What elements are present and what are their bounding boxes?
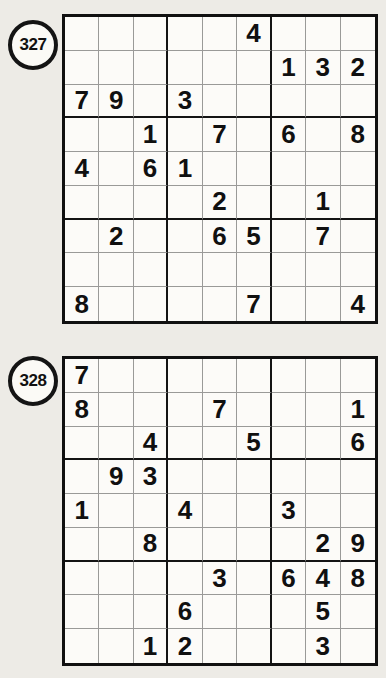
puzzle-327-cell-r1c2[interactable]: [99, 17, 133, 51]
puzzle-328-cell-r5c9[interactable]: [341, 494, 375, 528]
puzzle-328-cell-r1c2[interactable]: [99, 359, 133, 393]
puzzle-328-cell-r5c5[interactable]: [203, 494, 237, 528]
puzzle-327-cell-r3c7[interactable]: [272, 85, 306, 119]
puzzle-328-cell-r8c4[interactable]: 6: [168, 595, 202, 629]
puzzle-327-cell-r4c1[interactable]: [65, 118, 99, 152]
puzzle-327-cell-r3c2[interactable]: 9: [99, 85, 133, 119]
puzzle-328-cell-r9c8[interactable]: 3: [306, 629, 340, 663]
puzzle-327-cell-r6c1[interactable]: [65, 186, 99, 220]
puzzle-328-cell-r2c2[interactable]: [99, 393, 133, 427]
puzzle-327-cell-r9c7[interactable]: [272, 287, 306, 321]
puzzle-327-cell-r4c8[interactable]: [306, 118, 340, 152]
puzzle-327-cell-r6c6[interactable]: [237, 186, 271, 220]
puzzle-328-cell-r6c4[interactable]: [168, 528, 202, 562]
puzzle-327-cell-r5c6[interactable]: [237, 152, 271, 186]
puzzle-328-cell-r8c7[interactable]: [272, 595, 306, 629]
puzzle-327-cell-r6c5[interactable]: 2: [203, 186, 237, 220]
puzzle-327-cell-r3c6[interactable]: [237, 85, 271, 119]
puzzle-327-cell-r2c8[interactable]: 3: [306, 51, 340, 85]
puzzle-327-cell-r1c9[interactable]: [341, 17, 375, 51]
puzzle-327-cell-r3c9[interactable]: [341, 85, 375, 119]
puzzle-328-cell-r6c5[interactable]: [203, 528, 237, 562]
puzzle-328-cell-r7c7[interactable]: 6: [272, 562, 306, 596]
puzzle-328-cell-r6c3[interactable]: 8: [134, 528, 168, 562]
puzzle-328-cell-r5c6[interactable]: [237, 494, 271, 528]
puzzle-328-cell-r2c8[interactable]: [306, 393, 340, 427]
puzzle-328-cell-r8c8[interactable]: 5: [306, 595, 340, 629]
puzzle-327-cell-r7c3[interactable]: [134, 220, 168, 254]
puzzle-327-cell-r8c5[interactable]: [203, 253, 237, 287]
puzzle-327-cell-r2c5[interactable]: [203, 51, 237, 85]
puzzle-328-cell-r8c6[interactable]: [237, 595, 271, 629]
puzzle-328-cell-r9c7[interactable]: [272, 629, 306, 663]
puzzle-327-cell-r8c1[interactable]: [65, 253, 99, 287]
puzzle-327-cell-r9c6[interactable]: 7: [237, 287, 271, 321]
puzzle-328-cell-r2c4[interactable]: [168, 393, 202, 427]
puzzle-327-cell-r3c4[interactable]: 3: [168, 85, 202, 119]
puzzle-327-cell-r8c2[interactable]: [99, 253, 133, 287]
puzzle-327-cell-r8c4[interactable]: [168, 253, 202, 287]
puzzle-327-cell-r8c9[interactable]: [341, 253, 375, 287]
puzzle-328-cell-r3c3[interactable]: 4: [134, 427, 168, 461]
puzzle-328-cell-r7c9[interactable]: 8: [341, 562, 375, 596]
puzzle-328-cell-r5c3[interactable]: [134, 494, 168, 528]
puzzle-328-cell-r4c6[interactable]: [237, 460, 271, 494]
puzzle-327-cell-r1c5[interactable]: [203, 17, 237, 51]
puzzle-327-cell-r3c3[interactable]: [134, 85, 168, 119]
puzzle-327-cell-r8c3[interactable]: [134, 253, 168, 287]
puzzle-328-cell-r5c7[interactable]: 3: [272, 494, 306, 528]
puzzle-327-cell-r6c8[interactable]: 1: [306, 186, 340, 220]
puzzle-327-cell-r7c5[interactable]: 6: [203, 220, 237, 254]
puzzle-327-cell-r3c8[interactable]: [306, 85, 340, 119]
puzzle-327-cell-r5c1[interactable]: 4: [65, 152, 99, 186]
puzzle-327-cell-r2c7[interactable]: 1: [272, 51, 306, 85]
puzzle-327-cell-r4c7[interactable]: 6: [272, 118, 306, 152]
puzzle-328-cell-r3c5[interactable]: [203, 427, 237, 461]
puzzle-328-cell-r1c1[interactable]: 7: [65, 359, 99, 393]
puzzle-328-cell-r2c7[interactable]: [272, 393, 306, 427]
puzzle-327-cell-r4c9[interactable]: 8: [341, 118, 375, 152]
puzzle-328-cell-r7c5[interactable]: 3: [203, 562, 237, 596]
puzzle-327-cell-r1c4[interactable]: [168, 17, 202, 51]
puzzle-328-cell-r4c8[interactable]: [306, 460, 340, 494]
puzzle-328-cell-r7c8[interactable]: 4: [306, 562, 340, 596]
puzzle-327-cell-r2c3[interactable]: [134, 51, 168, 85]
puzzle-328-cell-r6c8[interactable]: 2: [306, 528, 340, 562]
puzzle-327-cell-r7c2[interactable]: 2: [99, 220, 133, 254]
puzzle-328-cell-r3c4[interactable]: [168, 427, 202, 461]
puzzle-328-cell-r6c6[interactable]: [237, 528, 271, 562]
puzzle-328-cell-r9c2[interactable]: [99, 629, 133, 663]
puzzle-327-cell-r6c4[interactable]: [168, 186, 202, 220]
puzzle-328-cell-r3c9[interactable]: 6: [341, 427, 375, 461]
puzzle-327-cell-r5c3[interactable]: 6: [134, 152, 168, 186]
puzzle-327-cell-r9c5[interactable]: [203, 287, 237, 321]
puzzle-328-cell-r9c4[interactable]: 2: [168, 629, 202, 663]
puzzle-328-cell-r4c2[interactable]: 9: [99, 460, 133, 494]
puzzle-328-cell-r4c4[interactable]: [168, 460, 202, 494]
puzzle-328-cell-r8c3[interactable]: [134, 595, 168, 629]
puzzle-328-number: 328: [20, 371, 47, 391]
puzzle-328-cell-r5c8[interactable]: [306, 494, 340, 528]
puzzle-328-cell-r3c2[interactable]: [99, 427, 133, 461]
puzzle-328-cell-r6c2[interactable]: [99, 528, 133, 562]
puzzle-327-cell-r5c8[interactable]: [306, 152, 340, 186]
puzzle-328-number-badge: 328: [8, 356, 58, 406]
sudoku-grid-327: 41327931768461212657874: [62, 14, 378, 324]
puzzle-328-cell-r4c1[interactable]: [65, 460, 99, 494]
puzzle-327-cell-r9c1[interactable]: 8: [65, 287, 99, 321]
puzzle-328-cell-r6c1[interactable]: [65, 528, 99, 562]
puzzle-327-number-badge: 327: [8, 20, 58, 70]
puzzle-327-cell-r5c5[interactable]: [203, 152, 237, 186]
puzzle-327-cell-r1c8[interactable]: [306, 17, 340, 51]
puzzle-327-cell-r8c6[interactable]: [237, 253, 271, 287]
puzzle-328-cell-r2c9[interactable]: 1: [341, 393, 375, 427]
puzzle-328-cell-r4c3[interactable]: 3: [134, 460, 168, 494]
puzzle-328-cell-r6c7[interactable]: [272, 528, 306, 562]
puzzle-327-number: 327: [20, 35, 47, 55]
puzzle-327-cell-r9c2[interactable]: [99, 287, 133, 321]
puzzle-328-cell-r5c2[interactable]: [99, 494, 133, 528]
puzzle-327-cell-r7c7[interactable]: [272, 220, 306, 254]
puzzle-327-cell-r9c4[interactable]: [168, 287, 202, 321]
puzzle-327-cell-r5c2[interactable]: [99, 152, 133, 186]
puzzle-327-cell-r6c9[interactable]: [341, 186, 375, 220]
puzzle-328-cell-r8c9[interactable]: [341, 595, 375, 629]
puzzle-327-cell-r6c3[interactable]: [134, 186, 168, 220]
puzzle-327-cell-r7c8[interactable]: 7: [306, 220, 340, 254]
puzzle-327-cell-r8c8[interactable]: [306, 253, 340, 287]
puzzle-327-cell-r4c4[interactable]: [168, 118, 202, 152]
puzzle-327-cell-r7c6[interactable]: 5: [237, 220, 271, 254]
puzzle-327-cell-r5c7[interactable]: [272, 152, 306, 186]
puzzle-328-cell-r5c4[interactable]: 4: [168, 494, 202, 528]
puzzle-327-cell-r6c7[interactable]: [272, 186, 306, 220]
puzzle-328-cell-r9c5[interactable]: [203, 629, 237, 663]
puzzle-328-cell-r1c9[interactable]: [341, 359, 375, 393]
puzzle-328-cell-r3c7[interactable]: [272, 427, 306, 461]
puzzle-328-cell-r7c1[interactable]: [65, 562, 99, 596]
puzzle-327-cell-r9c9[interactable]: 4: [341, 287, 375, 321]
puzzle-327-cell-r9c3[interactable]: [134, 287, 168, 321]
puzzle-328-cell-r1c6[interactable]: [237, 359, 271, 393]
puzzle-327-cell-r2c9[interactable]: 2: [341, 51, 375, 85]
puzzle-327-cell-r2c4[interactable]: [168, 51, 202, 85]
puzzle-327-cell-r3c1[interactable]: 7: [65, 85, 99, 119]
puzzle-328-cell-r7c3[interactable]: [134, 562, 168, 596]
puzzle-327-cell-r6c2[interactable]: [99, 186, 133, 220]
puzzle-328-cell-r3c8[interactable]: [306, 427, 340, 461]
puzzle-327-cell-r7c4[interactable]: [168, 220, 202, 254]
puzzle-328-cell-r4c5[interactable]: [203, 460, 237, 494]
puzzle-328-cell-r9c3[interactable]: 1: [134, 629, 168, 663]
puzzle-327-cell-r3c5[interactable]: [203, 85, 237, 119]
puzzle-328-cell-r5c1[interactable]: 1: [65, 494, 99, 528]
puzzle-327-cell-r7c9[interactable]: [341, 220, 375, 254]
puzzle-328-cell-r1c3[interactable]: [134, 359, 168, 393]
puzzle-328-cell-r8c2[interactable]: [99, 595, 133, 629]
puzzle-327-cell-r9c8[interactable]: [306, 287, 340, 321]
puzzle-328-cell-r2c1[interactable]: 8: [65, 393, 99, 427]
puzzle-328-cell-r8c5[interactable]: [203, 595, 237, 629]
puzzle-328-cell-r2c6[interactable]: [237, 393, 271, 427]
puzzle-328-cell-r3c1[interactable]: [65, 427, 99, 461]
puzzle-328-cell-r6c9[interactable]: 9: [341, 528, 375, 562]
puzzle-328-cell-r9c9[interactable]: [341, 629, 375, 663]
puzzle-327-cell-r1c3[interactable]: [134, 17, 168, 51]
puzzle-327-cell-r2c6[interactable]: [237, 51, 271, 85]
puzzle-328-cell-r7c4[interactable]: [168, 562, 202, 596]
puzzle-327-cell-r2c1[interactable]: [65, 51, 99, 85]
puzzle-327-cell-r8c7[interactable]: [272, 253, 306, 287]
puzzle-327-cell-r5c4[interactable]: 1: [168, 152, 202, 186]
puzzle-328-cell-r7c2[interactable]: [99, 562, 133, 596]
puzzle-328-cell-r9c6[interactable]: [237, 629, 271, 663]
puzzle-328-cell-r4c9[interactable]: [341, 460, 375, 494]
puzzle-328-cell-r1c4[interactable]: [168, 359, 202, 393]
puzzle-327-cell-r1c1[interactable]: [65, 17, 99, 51]
puzzle-328-cell-r7c6[interactable]: [237, 562, 271, 596]
sudoku-grid-328: 787145693143829364865123: [62, 356, 378, 666]
puzzle-328-cell-r2c5[interactable]: 7: [203, 393, 237, 427]
puzzle-327-cell-r1c7[interactable]: [272, 17, 306, 51]
puzzle-328-cell-r4c7[interactable]: [272, 460, 306, 494]
puzzle-328-cell-r2c3[interactable]: [134, 393, 168, 427]
puzzle-328-cell-r1c5[interactable]: [203, 359, 237, 393]
puzzle-327-cell-r1c6[interactable]: 4: [237, 17, 271, 51]
puzzle-327-cell-r4c5[interactable]: 7: [203, 118, 237, 152]
puzzle-328-cell-r1c8[interactable]: [306, 359, 340, 393]
puzzle-328-cell-r3c6[interactable]: 5: [237, 427, 271, 461]
puzzle-327-cell-r2c2[interactable]: [99, 51, 133, 85]
puzzle-328-cell-r8c1[interactable]: [65, 595, 99, 629]
puzzle-327-cell-r4c3[interactable]: 1: [134, 118, 168, 152]
puzzle-327-cell-r4c2[interactable]: [99, 118, 133, 152]
puzzle-328-cell-r1c7[interactable]: [272, 359, 306, 393]
puzzle-327-cell-r7c1[interactable]: [65, 220, 99, 254]
puzzle-327-cell-r4c6[interactable]: [237, 118, 271, 152]
puzzle-327-cell-r5c9[interactable]: [341, 152, 375, 186]
puzzle-328-cell-r9c1[interactable]: [65, 629, 99, 663]
